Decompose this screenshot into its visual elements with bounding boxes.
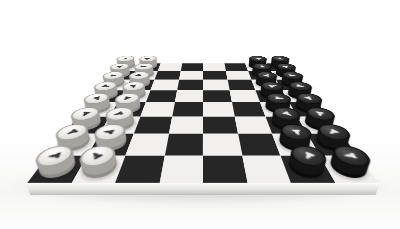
- square-c6[interactable]: [151, 80, 179, 90]
- pawn-emblem-icon: ♟: [279, 110, 295, 118]
- square-d8[interactable]: [180, 63, 203, 71]
- square-d1[interactable]: [159, 155, 203, 182]
- square-e4[interactable]: [203, 102, 234, 116]
- square-e7[interactable]: [203, 71, 227, 80]
- pawn-emblem-icon: ♟: [129, 84, 139, 89]
- pawn-emblem-icon: ♟: [99, 84, 113, 89]
- pawn-emblem-icon: ♟: [120, 95, 134, 101]
- pawn-emblem-icon: ♟: [273, 96, 284, 101]
- pawn-emblem-icon: ♟: [114, 65, 126, 69]
- pawn-emblem-icon: ♟: [325, 127, 343, 137]
- square-c5[interactable]: [146, 90, 177, 102]
- pawn-emblem-icon: ♟: [133, 73, 145, 77]
- pawn-emblem-icon: ♟: [101, 128, 118, 135]
- checkers-scene: ♟♟♟♟♟♟♟♟♟♟♟♟♟♟♟♟♟♟♟♟♟♟♟♟♟♟♟♟♟♟♟♟: [0, 0, 400, 229]
- pawn-emblem-icon: ♟: [109, 74, 118, 78]
- square-c4[interactable]: [141, 102, 175, 116]
- black-checker[interactable]: ♟: [286, 158, 328, 179]
- square-d4[interactable]: [172, 102, 203, 116]
- pawn-emblem-icon: ♟: [90, 95, 102, 101]
- square-f8[interactable]: [224, 63, 248, 71]
- pawn-emblem-icon: ♟: [45, 150, 64, 160]
- pawn-emblem-icon: ♟: [253, 57, 264, 60]
- board-edge-front: [26, 183, 381, 196]
- square-d7[interactable]: [179, 71, 203, 80]
- square-e5[interactable]: [203, 90, 232, 102]
- pawn-emblem-icon: ♟: [261, 73, 272, 77]
- square-c3[interactable]: [134, 116, 172, 133]
- pawn-emblem-icon: ♟: [121, 57, 130, 60]
- square-d3[interactable]: [168, 116, 203, 133]
- pawn-emblem-icon: ♟: [302, 95, 317, 101]
- pawn-emblem-icon: ♟: [294, 83, 306, 88]
- pawn-emblem-icon: ♟: [139, 65, 149, 68]
- pawn-emblem-icon: ♟: [277, 57, 284, 60]
- pawn-emblem-icon: ♟: [143, 57, 153, 60]
- square-e1[interactable]: [203, 155, 247, 182]
- square-c8[interactable]: [158, 63, 182, 71]
- pawn-emblem-icon: ♟: [341, 151, 362, 159]
- square-d5[interactable]: [175, 90, 204, 102]
- square-d2[interactable]: [164, 134, 203, 156]
- pawn-emblem-icon: ♟: [112, 110, 127, 118]
- square-c2[interactable]: [126, 134, 169, 156]
- checkers-board: ♟♟♟♟♟♟♟♟♟♟♟♟♟♟♟♟♟♟♟♟♟♟♟♟♟♟♟♟♟♟♟♟: [27, 63, 379, 183]
- square-c7[interactable]: [155, 71, 181, 80]
- pawn-emblem-icon: ♟: [266, 84, 279, 89]
- square-d6[interactable]: [177, 80, 203, 90]
- square-e2[interactable]: [203, 134, 242, 156]
- square-f7[interactable]: [226, 71, 252, 80]
- pawn-emblem-icon: ♟: [63, 127, 81, 137]
- square-e3[interactable]: [203, 116, 238, 133]
- pawn-emblem-icon: ♟: [289, 128, 305, 135]
- pawn-emblem-icon: ♟: [287, 74, 299, 77]
- pawn-emblem-icon: ♟: [87, 149, 107, 161]
- square-e6[interactable]: [203, 80, 229, 90]
- pawn-emblem-icon: ♟: [299, 149, 317, 161]
- pawn-emblem-icon: ♟: [280, 65, 291, 69]
- pawn-emblem-icon: ♟: [78, 110, 93, 116]
- pawn-emblem-icon: ♟: [258, 65, 268, 68]
- square-e8[interactable]: [203, 63, 226, 71]
- pawn-emblem-icon: ♟: [314, 110, 326, 117]
